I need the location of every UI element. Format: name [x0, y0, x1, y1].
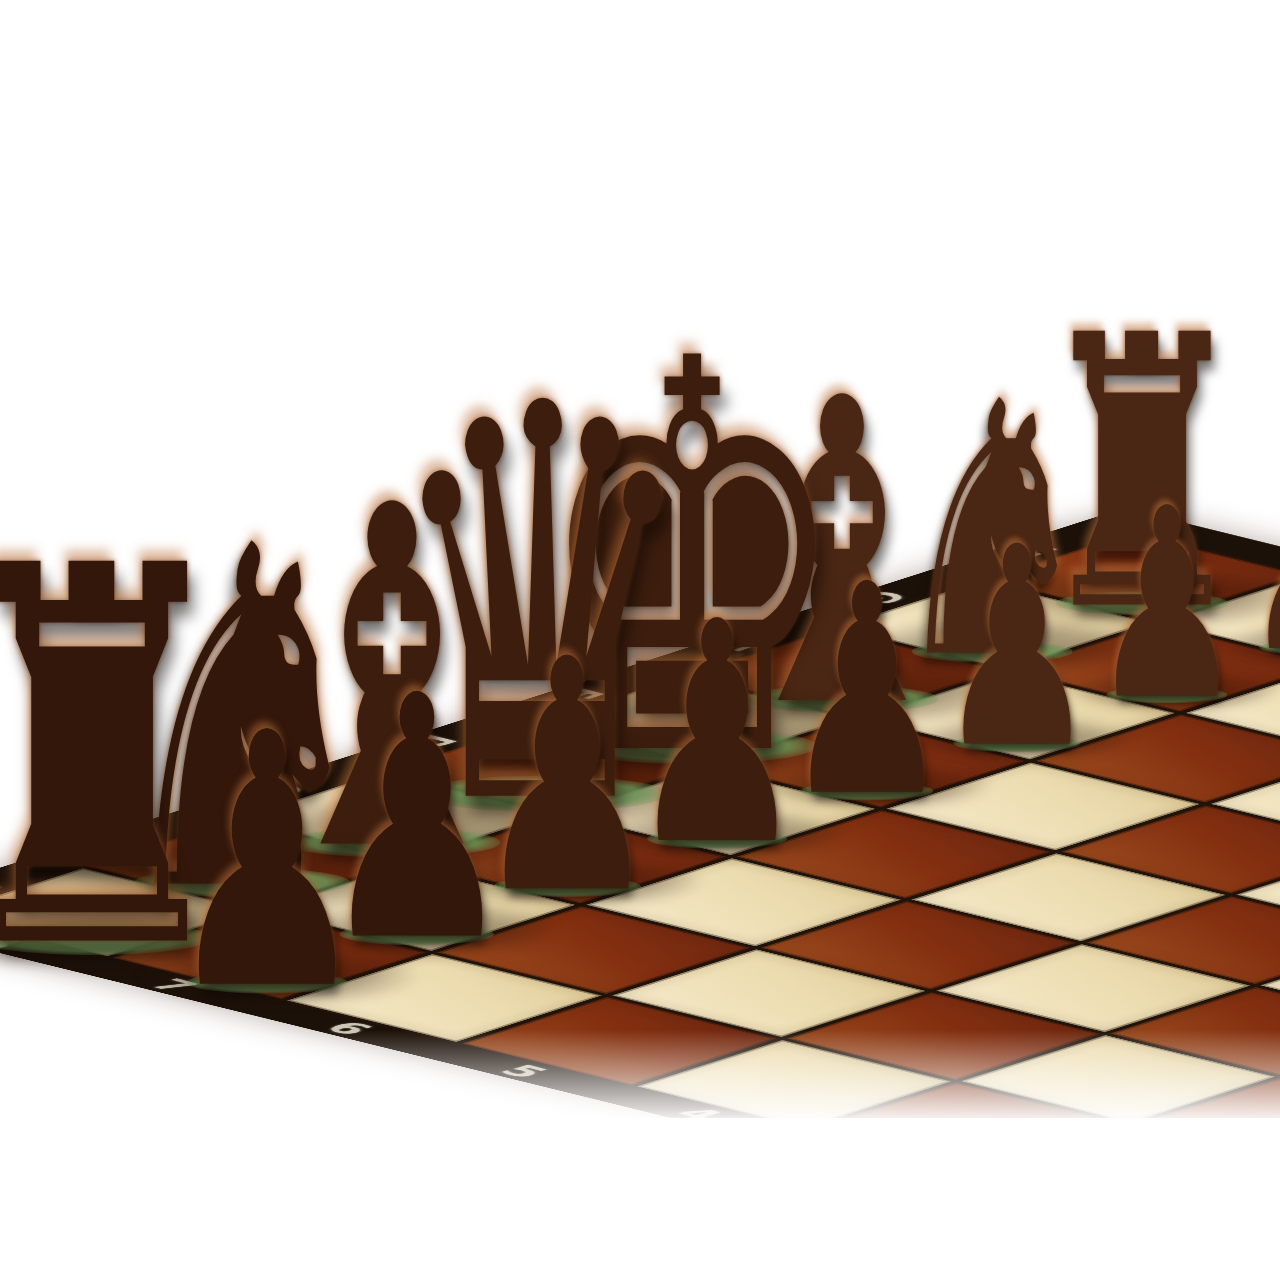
pawn-glyph: ♟: [319, 652, 514, 987]
rook-glyph: ♜: [1033, 287, 1252, 662]
felt-pad: [284, 827, 500, 858]
dark-bishop-c8: ♝: [181, 447, 602, 917]
felt-pad: [1056, 591, 1229, 615]
felt-pad: [745, 685, 938, 712]
dark-pawn-c7: ♟: [424, 617, 711, 937]
dark-pawn-g7: ♟: [1050, 474, 1280, 736]
felt-pad: [187, 971, 348, 994]
pawn-glyph: ♟: [474, 617, 660, 937]
dark-rook-h8: ♜: [974, 287, 1280, 662]
knight-glyph: ♞: [890, 357, 1094, 707]
felt-pad: [340, 924, 494, 946]
dark-pawn-a7: ♟: [110, 688, 424, 1038]
felt-pad: [800, 781, 933, 800]
queen-glyph: ♛: [383, 335, 701, 880]
dark-pawn-h7: ♟: [1205, 437, 1280, 687]
bishop-glyph: ♝: [255, 447, 529, 917]
felt-pad: [0, 921, 212, 955]
chess-set-photo: 87654321ABCDEFGH ♜ ♟ ♞ ♟ ♝ ♟ ♚ ♟ ♛ ♟ ♝ ♞…: [0, 0, 1280, 1280]
photo-bottom-margin: [0, 1118, 1280, 1280]
dark-rook-a8: ♜: [0, 500, 325, 1020]
felt-pad: [417, 776, 668, 811]
dark-pawn-f7: ♟: [894, 511, 1141, 786]
felt-pad: [912, 640, 1073, 663]
dark-bishop-f8: ♝: [654, 345, 1031, 765]
king-glyph: ♚: [535, 291, 850, 831]
photo-bottom-fade: [0, 1030, 1280, 1125]
pawn-glyph: ♟: [783, 547, 952, 837]
bishop-glyph: ♝: [720, 345, 965, 765]
pawn-glyph: ♟: [628, 582, 806, 887]
pawn-glyph: ♟: [165, 688, 369, 1038]
dark-knight-g8: ♞: [835, 357, 1149, 707]
dark-knight-b8: ♞: [31, 487, 452, 957]
felt-pad: [1260, 639, 1280, 655]
felt-pad: [1107, 687, 1228, 704]
pawn-glyph: ♟: [1244, 437, 1280, 687]
dark-pawn-e7: ♟: [737, 547, 997, 837]
felt-pad: [134, 867, 350, 898]
dark-king-e8: ♚: [450, 291, 934, 831]
pawn-glyph: ♟: [1091, 474, 1244, 736]
dark-queen-d8: ♛: [298, 335, 787, 880]
pawn-glyph: ♟: [937, 511, 1097, 786]
knight-glyph: ♞: [105, 487, 379, 957]
felt-pad: [568, 728, 816, 763]
rook-glyph: ♜: [0, 500, 244, 1020]
felt-pad: [493, 876, 640, 897]
felt-pad: [954, 734, 1081, 752]
felt-pad: [647, 829, 787, 849]
dark-pawn-d7: ♟: [580, 582, 853, 887]
dark-pawn-b7: ♟: [267, 652, 567, 987]
